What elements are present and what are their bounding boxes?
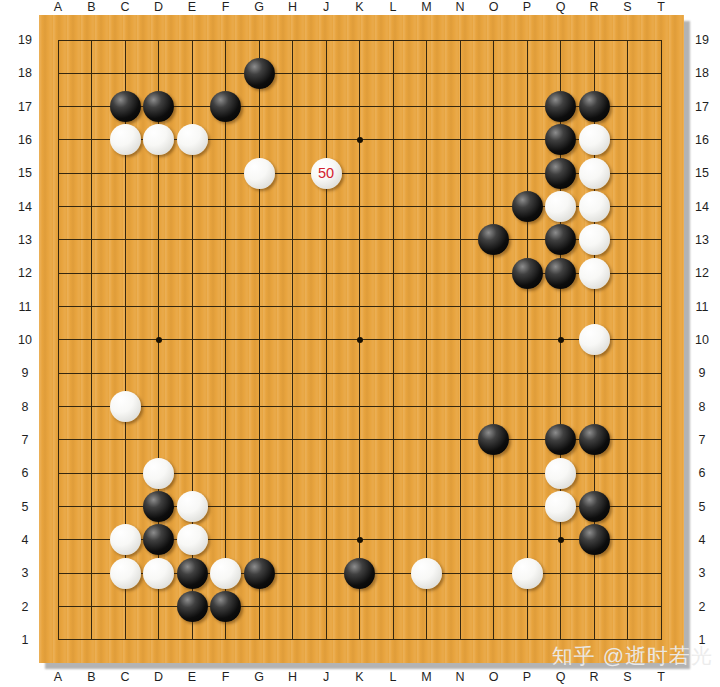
white-stone-R12 <box>579 258 610 289</box>
coord-label-bottom-H: H <box>276 670 310 684</box>
coord-label-right-13: 13 <box>685 233 719 247</box>
coord-label-bottom-M: M <box>410 670 444 684</box>
coord-label-bottom-C: C <box>108 670 142 684</box>
coord-label-top-A: A <box>41 0 75 14</box>
coord-label-bottom-L: L <box>376 670 410 684</box>
coord-label-left-19: 19 <box>8 33 42 47</box>
grid-line-horizontal <box>58 606 662 607</box>
star-point-D10 <box>156 337 162 343</box>
star-point-K16 <box>357 137 363 143</box>
white-stone-E5 <box>177 491 208 522</box>
white-stone-E4 <box>177 524 208 555</box>
coord-label-bottom-A: A <box>41 670 75 684</box>
move-number-label: 50 <box>311 158 342 189</box>
coord-label-right-4: 4 <box>685 533 719 547</box>
black-stone-R7 <box>579 424 610 455</box>
white-stone-R14 <box>579 191 610 222</box>
white-stone-C8 <box>110 391 141 422</box>
black-stone-K3 <box>344 558 375 589</box>
coord-label-top-S: S <box>611 0 645 14</box>
star-point-K4 <box>357 537 363 543</box>
white-stone-G15 <box>244 158 275 189</box>
coord-label-bottom-P: P <box>510 670 544 684</box>
white-stone-R15 <box>579 158 610 189</box>
coord-label-left-17: 17 <box>8 100 42 114</box>
coord-label-top-N: N <box>443 0 477 14</box>
star-point-Q10 <box>558 337 564 343</box>
black-stone-Q15 <box>545 158 576 189</box>
coord-label-right-10: 10 <box>685 333 719 347</box>
black-stone-G3 <box>244 558 275 589</box>
white-stone-C4 <box>110 524 141 555</box>
coord-label-right-2: 2 <box>685 600 719 614</box>
coord-label-left-18: 18 <box>8 66 42 80</box>
black-stone-P12 <box>512 258 543 289</box>
coord-label-bottom-T: T <box>644 670 678 684</box>
coord-label-right-15: 15 <box>685 166 719 180</box>
coord-label-top-E: E <box>175 0 209 14</box>
black-stone-Q17 <box>545 91 576 122</box>
coord-label-bottom-F: F <box>209 670 243 684</box>
coord-label-right-17: 17 <box>685 100 719 114</box>
coord-label-left-11: 11 <box>8 300 42 314</box>
black-stone-D17 <box>143 91 174 122</box>
white-stone-M3 <box>411 558 442 589</box>
coord-label-top-Q: Q <box>544 0 578 14</box>
white-stone-R10 <box>579 324 610 355</box>
coord-label-bottom-G: G <box>242 670 276 684</box>
coord-label-top-H: H <box>276 0 310 14</box>
coord-label-left-2: 2 <box>8 600 42 614</box>
grid-line-vertical <box>661 40 662 641</box>
coord-label-bottom-K: K <box>343 670 377 684</box>
black-stone-E2 <box>177 591 208 622</box>
coord-label-right-11: 11 <box>685 300 719 314</box>
coord-label-bottom-R: R <box>577 670 611 684</box>
black-stone-Q12 <box>545 258 576 289</box>
black-stone-P14 <box>512 191 543 222</box>
coord-label-bottom-J: J <box>309 670 343 684</box>
coord-label-left-10: 10 <box>8 333 42 347</box>
coord-label-bottom-N: N <box>443 670 477 684</box>
coord-label-left-5: 5 <box>8 500 42 514</box>
black-stone-C17 <box>110 91 141 122</box>
black-stone-D5 <box>143 491 174 522</box>
coord-label-bottom-S: S <box>611 670 645 684</box>
grid-line-horizontal <box>58 406 662 407</box>
white-stone-F3 <box>210 558 241 589</box>
coord-label-right-3: 3 <box>685 566 719 580</box>
coord-label-left-4: 4 <box>8 533 42 547</box>
coord-label-left-1: 1 <box>8 633 42 647</box>
coord-label-left-16: 16 <box>8 133 42 147</box>
star-point-Q4 <box>558 537 564 543</box>
coord-label-bottom-Q: Q <box>544 670 578 684</box>
white-stone-D3 <box>143 558 174 589</box>
black-stone-R17 <box>579 91 610 122</box>
coord-label-bottom-E: E <box>175 670 209 684</box>
black-stone-F2 <box>210 591 241 622</box>
coord-label-top-L: L <box>376 0 410 14</box>
go-diagram: 知乎 @逝时若光 AABBCCDDEEFFGGHHJJKKLLMMNNOOPPQ… <box>0 0 720 687</box>
coord-label-right-8: 8 <box>685 400 719 414</box>
coord-label-bottom-B: B <box>75 670 109 684</box>
coord-label-right-6: 6 <box>685 466 719 480</box>
black-stone-G18 <box>244 58 275 89</box>
coord-label-top-R: R <box>577 0 611 14</box>
coord-label-right-12: 12 <box>685 266 719 280</box>
coord-label-right-9: 9 <box>685 366 719 380</box>
coord-label-left-8: 8 <box>8 400 42 414</box>
white-stone-E16 <box>177 124 208 155</box>
coord-label-left-12: 12 <box>8 266 42 280</box>
coord-label-top-K: K <box>343 0 377 14</box>
grid-line-vertical <box>426 40 427 641</box>
grid-line-vertical <box>460 40 461 641</box>
coord-label-top-P: P <box>510 0 544 14</box>
coord-label-right-16: 16 <box>685 133 719 147</box>
white-stone-D6 <box>143 458 174 489</box>
white-stone-Q6 <box>545 458 576 489</box>
coord-label-top-C: C <box>108 0 142 14</box>
coord-label-top-G: G <box>242 0 276 14</box>
grid-line-vertical <box>627 40 628 641</box>
coord-label-top-T: T <box>644 0 678 14</box>
coord-label-left-6: 6 <box>8 466 42 480</box>
black-stone-F17 <box>210 91 241 122</box>
white-stone-Q14 <box>545 191 576 222</box>
coord-label-right-19: 19 <box>685 33 719 47</box>
star-point-K10 <box>357 337 363 343</box>
white-stone-R16 <box>579 124 610 155</box>
coord-label-left-3: 3 <box>8 566 42 580</box>
coord-label-bottom-O: O <box>477 670 511 684</box>
coord-label-left-9: 9 <box>8 366 42 380</box>
black-stone-E3 <box>177 558 208 589</box>
grid-line-vertical <box>393 40 394 641</box>
coord-label-right-5: 5 <box>685 500 719 514</box>
coord-label-top-O: O <box>477 0 511 14</box>
coord-label-right-14: 14 <box>685 200 719 214</box>
coord-label-top-J: J <box>309 0 343 14</box>
white-stone-C3 <box>110 558 141 589</box>
grid-line-horizontal <box>58 639 662 640</box>
coord-label-right-1: 1 <box>685 633 719 647</box>
black-stone-R5 <box>579 491 610 522</box>
coord-label-bottom-D: D <box>142 670 176 684</box>
white-stone-Q5 <box>545 491 576 522</box>
coord-label-left-13: 13 <box>8 233 42 247</box>
coord-label-right-18: 18 <box>685 66 719 80</box>
coord-label-top-B: B <box>75 0 109 14</box>
coord-label-left-7: 7 <box>8 433 42 447</box>
white-stone-R13 <box>579 224 610 255</box>
coord-label-right-7: 7 <box>685 433 719 447</box>
coord-label-top-F: F <box>209 0 243 14</box>
watermark: 知乎 @逝时若光 <box>552 644 713 668</box>
grid-line-vertical <box>527 40 528 641</box>
grid-line-horizontal <box>58 373 662 374</box>
black-stone-R4 <box>579 524 610 555</box>
coord-label-left-15: 15 <box>8 166 42 180</box>
coord-label-left-14: 14 <box>8 200 42 214</box>
white-stone-P3 <box>512 558 543 589</box>
white-stone-C16 <box>110 124 141 155</box>
coord-label-top-D: D <box>142 0 176 14</box>
coord-label-top-M: M <box>410 0 444 14</box>
grid-line-vertical <box>493 40 494 641</box>
